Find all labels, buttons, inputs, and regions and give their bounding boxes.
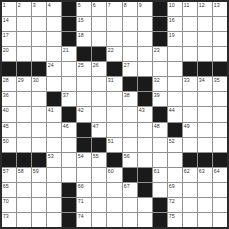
- grid-cell[interactable]: [92, 183, 106, 197]
- clue-number: 49: [183, 123, 190, 129]
- grid-cell[interactable]: 26: [92, 62, 106, 76]
- clue-number: 26: [92, 62, 99, 68]
- grid-cell[interactable]: 57: [2, 168, 16, 182]
- grid-cell[interactable]: [153, 138, 167, 152]
- grid-cell[interactable]: [17, 92, 31, 106]
- black-cell: [153, 2, 167, 16]
- grid-cell[interactable]: 20: [2, 47, 16, 61]
- grid-cell[interactable]: [198, 138, 212, 152]
- grid-cell[interactable]: [198, 123, 212, 137]
- grid-cell[interactable]: 40: [2, 107, 16, 121]
- grid-cell[interactable]: [17, 138, 31, 152]
- clue-number: 12: [198, 2, 205, 8]
- grid-cell[interactable]: [47, 198, 61, 212]
- clue-number: 7: [107, 2, 111, 8]
- grid-cell[interactable]: [138, 17, 152, 31]
- black-cell: [62, 183, 76, 197]
- grid-cell[interactable]: 47: [92, 123, 106, 137]
- clue-number: 60: [107, 168, 114, 174]
- black-cell: [17, 153, 31, 167]
- grid-cell[interactable]: [123, 213, 137, 227]
- grid-cell[interactable]: [123, 138, 137, 152]
- clue-number: 5: [77, 2, 81, 8]
- grid-cell[interactable]: [107, 198, 121, 212]
- grid-cell[interactable]: [213, 123, 227, 137]
- grid-cell[interactable]: 29: [17, 77, 31, 91]
- grid-cell[interactable]: 60: [107, 168, 121, 182]
- black-cell: [92, 138, 106, 152]
- grid-cell[interactable]: [32, 183, 46, 197]
- grid-cell[interactable]: [213, 213, 227, 227]
- grid-cell[interactable]: [183, 138, 197, 152]
- grid-cell[interactable]: [17, 32, 31, 46]
- grid-cell[interactable]: [62, 153, 76, 167]
- clue-number: 48: [153, 123, 160, 129]
- clue-number: 66: [77, 183, 84, 189]
- clue-number: 38: [123, 92, 130, 98]
- grid-cell[interactable]: [138, 198, 152, 212]
- grid-cell[interactable]: 1: [2, 2, 16, 16]
- clue-number: 39: [153, 92, 160, 98]
- grid-cell[interactable]: [32, 92, 46, 106]
- clue-number: 1: [2, 2, 6, 8]
- black-cell: [138, 77, 152, 91]
- clue-number: 64: [213, 168, 220, 174]
- grid-cell[interactable]: [62, 62, 76, 76]
- grid-cell[interactable]: 52: [168, 138, 182, 152]
- grid-cell[interactable]: [198, 213, 212, 227]
- grid-cell[interactable]: 56: [123, 153, 137, 167]
- grid-cell[interactable]: [47, 168, 61, 182]
- clue-number: 19: [168, 32, 175, 38]
- grid-cell[interactable]: 17: [2, 32, 16, 46]
- grid-cell[interactable]: [17, 183, 31, 197]
- grid-cell[interactable]: 45: [2, 123, 16, 137]
- clue-number: 69: [168, 183, 175, 189]
- clue-number: 57: [2, 168, 9, 174]
- grid-cell[interactable]: [168, 92, 182, 106]
- grid-cell[interactable]: 39: [153, 92, 167, 106]
- grid-cell[interactable]: 23: [153, 47, 167, 61]
- clue-number: 75: [168, 213, 175, 219]
- grid-cell[interactable]: 31: [107, 77, 121, 91]
- grid-cell[interactable]: 63: [198, 168, 212, 182]
- grid-cell[interactable]: [138, 138, 152, 152]
- clue-number: 52: [168, 138, 175, 144]
- grid-cell[interactable]: 70: [2, 198, 16, 212]
- black-cell: [2, 62, 16, 76]
- grid-cell[interactable]: [183, 92, 197, 106]
- grid-cell[interactable]: [32, 107, 46, 121]
- grid-cell[interactable]: [123, 198, 137, 212]
- grid-cell[interactable]: [47, 47, 61, 61]
- clue-number: 9: [138, 2, 142, 8]
- grid-cell[interactable]: 74: [77, 213, 91, 227]
- grid-cell[interactable]: [183, 183, 197, 197]
- grid-cell[interactable]: [77, 168, 91, 182]
- clue-number: 35: [213, 77, 220, 83]
- clue-number: 2: [17, 2, 21, 8]
- grid-cell[interactable]: [138, 123, 152, 137]
- grid-cell[interactable]: [92, 77, 106, 91]
- grid-cell[interactable]: 41: [47, 107, 61, 121]
- grid-cell[interactable]: 58: [17, 168, 31, 182]
- clue-number: 29: [17, 77, 24, 83]
- grid-cell[interactable]: [77, 77, 91, 91]
- grid-cell[interactable]: 28: [2, 77, 16, 91]
- black-cell: [138, 92, 152, 106]
- grid-cell[interactable]: [198, 92, 212, 106]
- clue-number: 61: [153, 168, 160, 174]
- black-cell: [62, 2, 76, 16]
- grid-cell[interactable]: 5: [77, 2, 91, 16]
- grid-cell[interactable]: 7: [107, 2, 121, 16]
- black-cell: [153, 17, 167, 31]
- clue-number: 54: [77, 153, 84, 159]
- grid-cell[interactable]: [183, 32, 197, 46]
- grid-cell[interactable]: [183, 213, 197, 227]
- grid-cell[interactable]: 43: [138, 107, 152, 121]
- grid-cell[interactable]: 27: [123, 62, 137, 76]
- clue-number: 14: [2, 17, 9, 23]
- clue-number: 24: [47, 62, 54, 68]
- black-cell: [198, 153, 212, 167]
- clue-number: 18: [77, 32, 84, 38]
- grid-cell[interactable]: 69: [168, 183, 182, 197]
- clue-number: 4: [47, 2, 51, 8]
- grid-cell[interactable]: [168, 153, 182, 167]
- grid-cell[interactable]: [92, 92, 106, 106]
- grid-cell[interactable]: [213, 92, 227, 106]
- grid-cell[interactable]: [138, 153, 152, 167]
- grid-cell[interactable]: [168, 77, 182, 91]
- grid-cell[interactable]: 8: [123, 2, 137, 16]
- clue-number: 56: [123, 153, 130, 159]
- grid-cell[interactable]: 6: [92, 2, 106, 16]
- grid-cell[interactable]: 10: [168, 2, 182, 16]
- black-cell: [62, 32, 76, 46]
- grid-cell[interactable]: 3: [32, 2, 46, 16]
- grid-cell[interactable]: [123, 47, 137, 61]
- clue-number: 30: [32, 77, 39, 83]
- grid-cell[interactable]: [32, 32, 46, 46]
- grid-cell[interactable]: [138, 213, 152, 227]
- grid-cell[interactable]: [107, 32, 121, 46]
- clue-number: 8: [123, 2, 127, 8]
- grid-cell[interactable]: 67: [123, 183, 137, 197]
- black-cell: [123, 77, 137, 91]
- black-cell: [183, 153, 197, 167]
- grid-cell[interactable]: [168, 62, 182, 76]
- black-cell: [138, 168, 152, 182]
- clue-number: 33: [183, 77, 190, 83]
- grid-cell[interactable]: 54: [77, 153, 91, 167]
- grid-cell[interactable]: 18: [77, 32, 91, 46]
- grid-cell[interactable]: 36: [2, 92, 16, 106]
- grid-cell[interactable]: 14: [2, 17, 16, 31]
- grid-cell[interactable]: [92, 17, 106, 31]
- grid-cell[interactable]: [32, 17, 46, 31]
- clue-number: 74: [77, 213, 84, 219]
- grid-cell[interactable]: [183, 17, 197, 31]
- clue-number: 45: [2, 123, 9, 129]
- clue-number: 42: [77, 107, 84, 113]
- clue-number: 13: [213, 2, 220, 8]
- clue-number: 72: [168, 198, 175, 204]
- grid-cell[interactable]: 55: [92, 153, 106, 167]
- grid-cell[interactable]: 15: [77, 17, 91, 31]
- black-cell: [153, 213, 167, 227]
- black-cell: [138, 183, 152, 197]
- grid-cell[interactable]: [47, 213, 61, 227]
- grid-cell[interactable]: [138, 62, 152, 76]
- grid-cell[interactable]: [47, 17, 61, 31]
- grid-cell[interactable]: [107, 107, 121, 121]
- clue-number: 31: [107, 77, 114, 83]
- clue-number: 25: [77, 62, 84, 68]
- grid-cell[interactable]: [47, 138, 61, 152]
- grid-cell[interactable]: [17, 123, 31, 137]
- grid-cell[interactable]: [62, 138, 76, 152]
- grid-cell[interactable]: [92, 213, 106, 227]
- grid-cell[interactable]: [107, 183, 121, 197]
- clue-number: 43: [138, 107, 145, 113]
- grid-cell[interactable]: 72: [168, 198, 182, 212]
- grid-cell[interactable]: 24: [47, 62, 61, 76]
- grid-cell[interactable]: 25: [77, 62, 91, 76]
- clue-number: 44: [168, 107, 175, 113]
- grid-cell[interactable]: 61: [153, 168, 167, 182]
- grid-cell[interactable]: 19: [168, 32, 182, 46]
- grid-cell[interactable]: [47, 123, 61, 137]
- grid-cell[interactable]: 11: [183, 2, 197, 16]
- grid-cell[interactable]: [17, 107, 31, 121]
- clue-number: 58: [17, 168, 24, 174]
- grid-cell[interactable]: [32, 138, 46, 152]
- clue-number: 47: [92, 123, 99, 129]
- grid-cell[interactable]: [17, 213, 31, 227]
- grid-cell[interactable]: [123, 123, 137, 137]
- grid-cell[interactable]: [92, 198, 106, 212]
- clue-number: 22: [107, 47, 114, 53]
- black-cell: [32, 153, 46, 167]
- black-cell: [62, 198, 76, 212]
- grid-cell[interactable]: 64: [213, 168, 227, 182]
- clue-number: 67: [123, 183, 130, 189]
- grid-cell[interactable]: 46: [62, 123, 76, 137]
- clue-number: 6: [92, 2, 96, 8]
- black-cell: [213, 153, 227, 167]
- grid-cell[interactable]: [198, 17, 212, 31]
- black-cell: [168, 123, 182, 137]
- clue-number: 50: [2, 138, 9, 144]
- grid-cell[interactable]: [17, 47, 31, 61]
- grid-cell[interactable]: [153, 153, 167, 167]
- grid-cell[interactable]: [153, 183, 167, 197]
- grid-cell[interactable]: [62, 77, 76, 91]
- grid-cell[interactable]: 30: [32, 77, 46, 91]
- grid-cell[interactable]: [198, 198, 212, 212]
- black-cell: [77, 123, 91, 137]
- grid-cell[interactable]: 35: [213, 77, 227, 91]
- black-cell: [183, 62, 197, 76]
- grid-cell[interactable]: [213, 198, 227, 212]
- grid-cell[interactable]: [213, 107, 227, 121]
- grid-cell[interactable]: [47, 183, 61, 197]
- clue-number: 40: [2, 107, 9, 113]
- grid-cell[interactable]: [92, 168, 106, 182]
- grid-cell[interactable]: 50: [2, 138, 16, 152]
- clue-number: 23: [153, 47, 160, 53]
- clue-number: 3: [32, 2, 36, 8]
- grid-cell[interactable]: [198, 47, 212, 61]
- grid-cell[interactable]: [32, 198, 46, 212]
- grid-cell[interactable]: [62, 168, 76, 182]
- grid-cell[interactable]: 75: [168, 213, 182, 227]
- grid-cell[interactable]: [213, 17, 227, 31]
- clue-number: 41: [47, 107, 54, 113]
- grid-cell[interactable]: [213, 32, 227, 46]
- black-cell: [2, 153, 16, 167]
- grid-cell[interactable]: 65: [2, 183, 16, 197]
- grid-cell[interactable]: 21: [62, 47, 76, 61]
- grid-cell[interactable]: 71: [77, 198, 91, 212]
- grid-cell[interactable]: 62: [183, 168, 197, 182]
- clue-number: 10: [168, 2, 175, 8]
- grid-cell[interactable]: [153, 62, 167, 76]
- black-cell: [198, 62, 212, 76]
- black-cell: [153, 107, 167, 121]
- grid-cell[interactable]: [47, 32, 61, 46]
- grid-cell[interactable]: 32: [153, 77, 167, 91]
- clue-number: 20: [2, 47, 9, 53]
- black-cell: [92, 47, 106, 61]
- grid-cell[interactable]: 42: [77, 107, 91, 121]
- grid-cell[interactable]: [32, 213, 46, 227]
- black-cell: [62, 213, 76, 227]
- grid-cell[interactable]: 13: [213, 2, 227, 16]
- clue-number: 15: [77, 17, 84, 23]
- grid-cell[interactable]: [107, 213, 121, 227]
- grid-cell[interactable]: [213, 183, 227, 197]
- grid-cell[interactable]: 48: [153, 123, 167, 137]
- grid-cell[interactable]: [183, 47, 197, 61]
- black-cell: [107, 153, 121, 167]
- clue-number: 46: [62, 123, 69, 129]
- black-cell: [77, 47, 91, 61]
- grid-cell[interactable]: 49: [183, 123, 197, 137]
- black-cell: [62, 107, 76, 121]
- black-cell: [153, 198, 167, 212]
- clue-number: 37: [62, 92, 69, 98]
- grid-cell[interactable]: 66: [77, 183, 91, 197]
- grid-cell[interactable]: 9: [138, 2, 152, 16]
- grid-cell[interactable]: 4: [47, 2, 61, 16]
- grid-cell[interactable]: [198, 32, 212, 46]
- black-cell: [17, 62, 31, 76]
- clue-number: 53: [47, 153, 54, 159]
- grid-cell[interactable]: 12: [198, 2, 212, 16]
- grid-cell[interactable]: [213, 138, 227, 152]
- grid-cell[interactable]: 51: [107, 138, 121, 152]
- grid-cell[interactable]: 22: [107, 47, 121, 61]
- black-cell: [32, 62, 46, 76]
- grid-cell[interactable]: [168, 168, 182, 182]
- clue-number: 51: [107, 138, 114, 144]
- grid-cell[interactable]: 59: [32, 168, 46, 182]
- clue-number: 55: [92, 153, 99, 159]
- grid-cell[interactable]: [32, 47, 46, 61]
- grid-cell[interactable]: 34: [198, 77, 212, 91]
- grid-cell[interactable]: 2: [17, 2, 31, 16]
- clue-number: 71: [77, 198, 84, 204]
- clue-number: 65: [2, 183, 9, 189]
- grid-cell[interactable]: [17, 198, 31, 212]
- clue-number: 16: [168, 17, 175, 23]
- grid-cell[interactable]: [123, 107, 137, 121]
- black-cell: [77, 138, 91, 152]
- grid-cell[interactable]: [77, 92, 91, 106]
- black-cell: [213, 62, 227, 76]
- grid-cell[interactable]: 37: [62, 92, 76, 106]
- grid-cell[interactable]: 38: [123, 92, 137, 106]
- grid-cell[interactable]: 44: [168, 107, 182, 121]
- grid-cell[interactable]: 16: [168, 17, 182, 31]
- clue-number: 63: [198, 168, 205, 174]
- clue-number: 17: [2, 32, 9, 38]
- grid-cell[interactable]: 33: [183, 77, 197, 91]
- grid-cell[interactable]: [107, 123, 121, 137]
- clue-number: 34: [198, 77, 205, 83]
- grid-cell[interactable]: [213, 47, 227, 61]
- clue-number: 36: [2, 92, 9, 98]
- black-cell: [107, 62, 121, 76]
- grid-cell[interactable]: [17, 17, 31, 31]
- black-cell: [153, 32, 167, 46]
- clue-number: 73: [2, 213, 9, 219]
- clue-number: 27: [123, 62, 130, 68]
- grid-cell[interactable]: [168, 47, 182, 61]
- black-cell: [47, 92, 61, 106]
- black-cell: [123, 168, 137, 182]
- grid-cell[interactable]: [92, 32, 106, 46]
- clue-number: 21: [62, 47, 69, 53]
- grid-cell[interactable]: [123, 32, 137, 46]
- clue-number: 70: [2, 198, 9, 204]
- grid-cell[interactable]: 53: [47, 153, 61, 167]
- grid-cell[interactable]: [107, 92, 121, 106]
- grid-cell[interactable]: [198, 107, 212, 121]
- grid-cell[interactable]: [32, 123, 46, 137]
- crossword-grid: 1234567891011121314151617181920212223242…: [0, 0, 229, 229]
- grid-cell[interactable]: [123, 17, 137, 31]
- clue-number: 59: [32, 168, 39, 174]
- clue-number: 28: [2, 77, 9, 83]
- grid-cell[interactable]: [183, 107, 197, 121]
- grid-cell[interactable]: [107, 17, 121, 31]
- clue-number: 62: [183, 168, 190, 174]
- clue-number: 11: [183, 2, 189, 8]
- grid-cell[interactable]: [138, 32, 152, 46]
- grid-cell[interactable]: [47, 77, 61, 91]
- grid-cell[interactable]: 73: [2, 213, 16, 227]
- grid-cell[interactable]: [183, 198, 197, 212]
- grid-cell[interactable]: [198, 183, 212, 197]
- grid-cell[interactable]: [92, 107, 106, 121]
- clue-number: 32: [153, 77, 160, 83]
- black-cell: [62, 17, 76, 31]
- grid-cell[interactable]: [138, 47, 152, 61]
